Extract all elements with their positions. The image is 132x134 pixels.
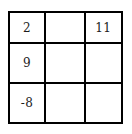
- cell-r2c1[interactable]: [46, 84, 83, 122]
- cell-r1c2[interactable]: [86, 44, 121, 82]
- cell-r0c2: 11: [86, 13, 121, 42]
- cell-r0c0: 2: [10, 13, 44, 42]
- cell-r2c0: -8: [10, 84, 44, 122]
- cell-r0c1[interactable]: [46, 13, 83, 42]
- cell-r2c2[interactable]: [86, 84, 121, 122]
- cell-r1c0: 9: [10, 44, 44, 82]
- puzzle-grid: 2 11 9 -8: [8, 11, 123, 124]
- cell-r1c1[interactable]: [46, 44, 83, 82]
